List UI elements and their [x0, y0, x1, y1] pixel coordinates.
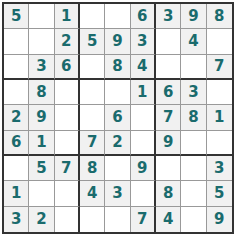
cell-r1c3[interactable]: 1 [55, 4, 80, 29]
cell-r2c1[interactable] [4, 29, 29, 54]
cell-r3c2[interactable]: 3 [29, 55, 54, 80]
cell-r2c8[interactable]: 4 [181, 29, 206, 54]
cell-r5c1[interactable]: 2 [4, 105, 29, 130]
cell-r5c2[interactable]: 9 [29, 105, 54, 130]
cell-r1c2[interactable] [29, 4, 54, 29]
cell-r6c6[interactable] [131, 131, 156, 156]
cell-r7c3[interactable]: 7 [55, 156, 80, 181]
cell-r1c5[interactable] [105, 4, 130, 29]
cell-r4c4[interactable] [80, 80, 105, 105]
cell-r9c7[interactable]: 4 [156, 207, 181, 232]
cell-r3c8[interactable] [181, 55, 206, 80]
cell-r6c3[interactable] [55, 131, 80, 156]
cell-r6c1[interactable]: 6 [4, 131, 29, 156]
cell-r8c4[interactable]: 4 [80, 181, 105, 206]
cell-r3c6[interactable]: 4 [131, 55, 156, 80]
cell-r7c4[interactable]: 8 [80, 156, 105, 181]
cell-r3c3[interactable]: 6 [55, 55, 80, 80]
cell-r4c8[interactable]: 3 [181, 80, 206, 105]
cell-r8c3[interactable] [55, 181, 80, 206]
cell-r9c3[interactable] [55, 207, 80, 232]
cell-r1c4[interactable] [80, 4, 105, 29]
cell-r8c2[interactable] [29, 181, 54, 206]
cell-r8c6[interactable] [131, 181, 156, 206]
cell-r4c5[interactable] [105, 80, 130, 105]
cell-r2c9[interactable] [207, 29, 232, 54]
cell-r9c4[interactable] [80, 207, 105, 232]
cell-r3c4[interactable] [80, 55, 105, 80]
sudoku-board: 5163982593436847816329678161729578931438… [2, 2, 234, 234]
cell-r1c7[interactable]: 3 [156, 4, 181, 29]
cell-r3c9[interactable]: 7 [207, 55, 232, 80]
cell-r7c2[interactable]: 5 [29, 156, 54, 181]
cell-r6c5[interactable]: 2 [105, 131, 130, 156]
cell-r1c1[interactable]: 5 [4, 4, 29, 29]
cell-r4c7[interactable]: 6 [156, 80, 181, 105]
cell-r7c8[interactable] [181, 156, 206, 181]
cell-r9c8[interactable] [181, 207, 206, 232]
cell-r2c5[interactable]: 9 [105, 29, 130, 54]
cell-r5c6[interactable] [131, 105, 156, 130]
cell-r7c1[interactable] [4, 156, 29, 181]
cell-r2c7[interactable] [156, 29, 181, 54]
cell-r1c9[interactable]: 8 [207, 4, 232, 29]
cell-r5c7[interactable]: 7 [156, 105, 181, 130]
cell-r8c5[interactable]: 3 [105, 181, 130, 206]
cell-r8c1[interactable]: 1 [4, 181, 29, 206]
sudoku-page: 5163982593436847816329678161729578931438… [0, 0, 240, 240]
cell-r2c6[interactable]: 3 [131, 29, 156, 54]
cell-r6c9[interactable] [207, 131, 232, 156]
cell-r8c7[interactable]: 8 [156, 181, 181, 206]
cell-r9c5[interactable] [105, 207, 130, 232]
cell-r2c2[interactable] [29, 29, 54, 54]
cell-r9c1[interactable]: 3 [4, 207, 29, 232]
cell-r8c9[interactable]: 5 [207, 181, 232, 206]
cell-r7c5[interactable] [105, 156, 130, 181]
cell-r4c3[interactable] [55, 80, 80, 105]
cell-r1c8[interactable]: 9 [181, 4, 206, 29]
cell-r9c9[interactable]: 9 [207, 207, 232, 232]
cell-r9c6[interactable]: 7 [131, 207, 156, 232]
cell-r7c6[interactable]: 9 [131, 156, 156, 181]
cell-r3c5[interactable]: 8 [105, 55, 130, 80]
cell-r4c1[interactable] [4, 80, 29, 105]
cell-r6c2[interactable]: 1 [29, 131, 54, 156]
cell-r6c4[interactable]: 7 [80, 131, 105, 156]
cell-r2c4[interactable]: 5 [80, 29, 105, 54]
cell-r3c7[interactable] [156, 55, 181, 80]
cell-r2c3[interactable]: 2 [55, 29, 80, 54]
cell-r4c6[interactable]: 1 [131, 80, 156, 105]
cell-r5c3[interactable] [55, 105, 80, 130]
cell-r9c2[interactable]: 2 [29, 207, 54, 232]
cell-r1c6[interactable]: 6 [131, 4, 156, 29]
cell-r7c9[interactable]: 3 [207, 156, 232, 181]
cell-r5c9[interactable]: 1 [207, 105, 232, 130]
cell-r6c7[interactable]: 9 [156, 131, 181, 156]
cell-r5c8[interactable]: 8 [181, 105, 206, 130]
cell-r8c8[interactable] [181, 181, 206, 206]
cell-r5c5[interactable]: 6 [105, 105, 130, 130]
cell-r4c2[interactable]: 8 [29, 80, 54, 105]
cell-r5c4[interactable] [80, 105, 105, 130]
cell-r7c7[interactable] [156, 156, 181, 181]
cell-r6c8[interactable] [181, 131, 206, 156]
cell-r3c1[interactable] [4, 55, 29, 80]
cell-r4c9[interactable] [207, 80, 232, 105]
